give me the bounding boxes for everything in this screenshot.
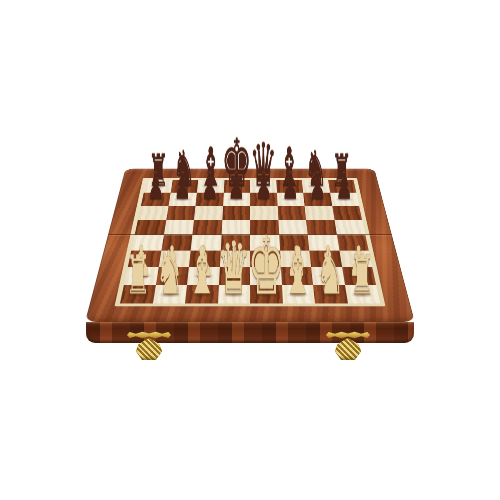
square-h6	[332, 206, 362, 220]
square-d6	[222, 206, 250, 220]
square-h2	[342, 267, 376, 285]
square-e1	[250, 285, 283, 304]
square-b6	[166, 206, 196, 220]
square-d1	[217, 285, 250, 304]
square-d2	[219, 267, 250, 285]
square-e6	[250, 206, 278, 220]
box-front-panel	[86, 322, 414, 343]
square-f7	[277, 192, 305, 205]
square-b5	[164, 220, 194, 235]
square-a5	[135, 220, 166, 235]
square-g8	[302, 180, 330, 193]
square-h1	[344, 285, 380, 304]
square-c5	[192, 220, 222, 235]
square-e2	[250, 267, 281, 285]
square-e4	[250, 235, 280, 251]
square-c6	[194, 206, 223, 220]
square-a3	[128, 250, 161, 267]
square-h3	[339, 250, 372, 267]
square-f1	[281, 285, 315, 304]
photo-background: ♜♞♝♚♛♝♞♜♟♟♟♟♟♟♟♟♟♟♟♟♟♟♟♟♜♞♝♛♚♝♞♜	[0, 0, 500, 500]
square-g6	[305, 206, 335, 220]
square-f4	[279, 235, 310, 251]
square-h4	[336, 235, 368, 251]
square-f2	[281, 267, 313, 285]
square-g1	[313, 285, 348, 304]
square-a2	[124, 267, 158, 285]
squares-layer	[120, 180, 380, 304]
square-a4	[131, 235, 163, 251]
square-c4	[191, 235, 222, 251]
square-e3	[250, 250, 281, 267]
square-e7	[250, 192, 277, 205]
square-a6	[138, 206, 168, 220]
square-d4	[220, 235, 250, 251]
square-g3	[309, 250, 341, 267]
square-d3	[219, 250, 250, 267]
square-b3	[158, 250, 190, 267]
chess-board: ♜♞♝♚♛♝♞♜♟♟♟♟♟♟♟♟♟♟♟♟♟♟♟♟♜♞♝♛♚♝♞♜	[85, 169, 415, 322]
square-h5	[334, 220, 365, 235]
square-h8	[328, 180, 357, 193]
maple-inner-border	[114, 178, 385, 306]
square-f8	[276, 180, 303, 193]
square-g5	[306, 220, 336, 235]
square-g2	[311, 267, 344, 285]
square-a8	[144, 180, 173, 193]
product-photo: ♜♞♝♚♛♝♞♜♟♟♟♟♟♟♟♟♟♟♟♟♟♟♟♟♜♞♝♛♚♝♞♜	[0, 0, 500, 500]
square-b4	[161, 235, 192, 251]
square-b8	[170, 180, 198, 193]
square-c2	[187, 267, 219, 285]
square-a1	[120, 285, 156, 304]
square-h7	[330, 192, 359, 205]
square-d8	[223, 180, 250, 193]
square-e8	[250, 180, 277, 193]
square-c7	[195, 192, 223, 205]
square-b7	[168, 192, 197, 205]
square-f5	[278, 220, 308, 235]
square-a7	[141, 192, 170, 205]
square-g7	[303, 192, 332, 205]
square-c3	[189, 250, 220, 267]
square-b2	[156, 267, 189, 285]
square-f3	[280, 250, 311, 267]
square-e5	[250, 220, 279, 235]
square-b1	[152, 285, 187, 304]
square-d7	[223, 192, 250, 205]
square-c8	[197, 180, 224, 193]
square-f6	[277, 206, 306, 220]
square-g4	[308, 235, 339, 251]
square-c1	[185, 285, 219, 304]
fold-seam	[108, 234, 392, 235]
square-d5	[221, 220, 250, 235]
